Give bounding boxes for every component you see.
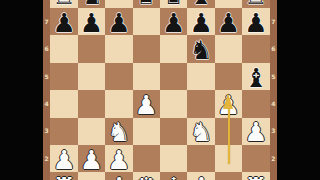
- black-pawn-h7[interactable]: ♟: [244, 10, 267, 36]
- white-rook-h1[interactable]: ♜: [244, 174, 267, 180]
- square-g6[interactable]: [215, 35, 242, 62]
- square-a3[interactable]: [50, 118, 77, 145]
- square-a1[interactable]: ♜: [50, 172, 77, 180]
- square-b3[interactable]: [78, 118, 105, 145]
- rank-label-4-right: 4: [270, 99, 277, 109]
- white-rook-a1[interactable]: ♜: [52, 174, 75, 180]
- square-d7[interactable]: [133, 8, 160, 35]
- rank-label-5-left: 5: [43, 72, 50, 82]
- chess-board[interactable]: ♜♞♛♚♝♜♟♟♟♟♟♟♟♞♝♟♟♞♞♟♟♟♟♜♝♛♚♝♜: [50, 0, 269, 180]
- square-h2[interactable]: [242, 145, 269, 172]
- square-b6[interactable]: [78, 35, 105, 62]
- black-pawn-c7[interactable]: ♟: [107, 10, 130, 36]
- white-pawn-c2[interactable]: ♟: [107, 147, 130, 173]
- square-f1[interactable]: ♝: [187, 172, 214, 180]
- square-h5[interactable]: ♝: [242, 63, 269, 90]
- square-b2[interactable]: ♟: [78, 145, 105, 172]
- square-b7[interactable]: ♟: [78, 8, 105, 35]
- black-pawn-g7[interactable]: ♟: [217, 10, 240, 36]
- square-g5[interactable]: [215, 63, 242, 90]
- square-d4[interactable]: ♟: [133, 90, 160, 117]
- white-bishop-f1[interactable]: ♝: [189, 174, 212, 180]
- rank-label-2-left: 2: [43, 154, 50, 164]
- square-d2[interactable]: [133, 145, 160, 172]
- square-h3[interactable]: ♟: [242, 118, 269, 145]
- white-pawn-a2[interactable]: ♟: [52, 147, 75, 173]
- board-frame: ♜♞♛♚♝♜♟♟♟♟♟♟♟♞♝♟♟♞♞♟♟♟♟♜♝♛♚♝♜ 8877665544…: [43, 0, 277, 180]
- square-a4[interactable]: [50, 90, 77, 117]
- rank-label-3-left: 3: [43, 126, 50, 136]
- square-d1[interactable]: ♛: [133, 172, 160, 180]
- black-pawn-f7[interactable]: ♟: [189, 10, 212, 36]
- square-a2[interactable]: ♟: [50, 145, 77, 172]
- square-c6[interactable]: [105, 35, 132, 62]
- rank-label-2-right: 2: [270, 154, 277, 164]
- square-f3[interactable]: ♞: [187, 118, 214, 145]
- square-d6[interactable]: [133, 35, 160, 62]
- square-c1[interactable]: ♝: [105, 172, 132, 180]
- rank-label-6-left: 6: [43, 44, 50, 54]
- square-c4[interactable]: [105, 90, 132, 117]
- white-knight-f3[interactable]: ♞: [189, 119, 212, 145]
- rank-label-7-left: 7: [43, 17, 50, 27]
- square-h7[interactable]: ♟: [242, 8, 269, 35]
- white-pawn-h3[interactable]: ♟: [244, 119, 267, 145]
- square-a5[interactable]: [50, 63, 77, 90]
- square-e1[interactable]: ♚: [160, 172, 187, 180]
- square-g7[interactable]: ♟: [215, 8, 242, 35]
- letterbox-left: [0, 0, 43, 180]
- square-f7[interactable]: ♟: [187, 8, 214, 35]
- square-e4[interactable]: [160, 90, 187, 117]
- move-arrow-head: [223, 93, 233, 109]
- square-c5[interactable]: [105, 63, 132, 90]
- black-pawn-e7[interactable]: ♟: [162, 10, 185, 36]
- square-c7[interactable]: ♟: [105, 8, 132, 35]
- square-f5[interactable]: [187, 63, 214, 90]
- square-e6[interactable]: [160, 35, 187, 62]
- black-pawn-b7[interactable]: ♟: [80, 10, 103, 36]
- letterbox-right: [277, 0, 320, 180]
- rank-label-6-right: 6: [270, 44, 277, 54]
- black-queen-d8[interactable]: ♛: [135, 0, 158, 8]
- white-pawn-b2[interactable]: ♟: [80, 147, 103, 173]
- square-a6[interactable]: [50, 35, 77, 62]
- move-arrow-line: [228, 107, 230, 164]
- square-d3[interactable]: [133, 118, 160, 145]
- rank-label-4-left: 4: [43, 99, 50, 109]
- square-e2[interactable]: [160, 145, 187, 172]
- square-a7[interactable]: ♟: [50, 8, 77, 35]
- square-f4[interactable]: [187, 90, 214, 117]
- square-c3[interactable]: ♞: [105, 118, 132, 145]
- rank-label-3-right: 3: [270, 126, 277, 136]
- chess-diagram: ♜♞♛♚♝♜♟♟♟♟♟♟♟♞♝♟♟♞♞♟♟♟♟♜♝♛♚♝♜ 8877665544…: [0, 0, 320, 180]
- square-f6[interactable]: ♞: [187, 35, 214, 62]
- square-h1[interactable]: ♜: [242, 172, 269, 180]
- black-pawn-a7[interactable]: ♟: [52, 10, 75, 36]
- square-h4[interactable]: [242, 90, 269, 117]
- square-h6[interactable]: [242, 35, 269, 62]
- square-d5[interactable]: [133, 63, 160, 90]
- square-e5[interactable]: [160, 63, 187, 90]
- white-king-e1[interactable]: ♚: [162, 174, 185, 180]
- square-b5[interactable]: [78, 63, 105, 90]
- square-e3[interactable]: [160, 118, 187, 145]
- square-c2[interactable]: ♟: [105, 145, 132, 172]
- white-queen-d1[interactable]: ♛: [135, 174, 158, 180]
- square-f2[interactable]: [187, 145, 214, 172]
- square-d8[interactable]: ♛: [133, 0, 160, 8]
- black-bishop-h5[interactable]: ♝: [244, 65, 267, 91]
- square-e7[interactable]: ♟: [160, 8, 187, 35]
- white-knight-c3[interactable]: ♞: [107, 119, 130, 145]
- white-pawn-d4[interactable]: ♟: [135, 92, 158, 118]
- square-b4[interactable]: [78, 90, 105, 117]
- rank-label-7-right: 7: [270, 17, 277, 27]
- black-knight-f6[interactable]: ♞: [189, 37, 212, 63]
- rank-label-5-right: 5: [270, 72, 277, 82]
- square-g1[interactable]: [215, 172, 242, 180]
- white-bishop-c1[interactable]: ♝: [107, 174, 130, 180]
